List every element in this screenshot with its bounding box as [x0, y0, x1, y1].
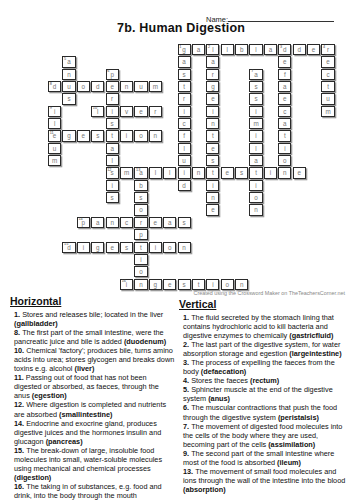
grid-cell[interactable]: n	[120, 81, 133, 92]
clue-horizontal-12: 12. Where digestion is completed and nut…	[14, 400, 175, 418]
cell-letter: n	[135, 280, 146, 289]
grid-cell[interactable]: e	[307, 44, 320, 55]
grid-cell[interactable]: 11e	[48, 130, 61, 141]
grid-cell[interactable]: p	[134, 229, 147, 240]
cell-letter: d	[92, 82, 103, 91]
vertical-header: Vertical	[179, 298, 346, 311]
grid-cell[interactable]: i	[134, 254, 147, 265]
cell-letter: i	[107, 181, 118, 190]
grid-cell[interactable]: e	[106, 242, 119, 253]
grid-cell[interactable]: r	[178, 93, 191, 104]
clue-answer: (defaecation)	[201, 367, 246, 376]
grid-cell[interactable]: g	[149, 279, 162, 290]
grid-cell[interactable]: s	[134, 192, 147, 203]
grid-cell[interactable]: 14p	[77, 217, 90, 228]
cell-letter: b	[135, 181, 146, 190]
clue-vertical-3: 3. The process of expelling the faeces f…	[183, 358, 346, 376]
grid-cell[interactable]: l	[178, 143, 191, 154]
grid-cell[interactable]: f	[178, 130, 191, 141]
grid-cell[interactable]: v	[120, 106, 133, 117]
clue-num-label: 8.	[14, 328, 22, 337]
grid-cell[interactable]: o	[134, 204, 147, 215]
clue-answer: (assimilation)	[268, 440, 315, 449]
clue-text: Endocrine and exocrine gland, produces d…	[14, 419, 161, 446]
grid-cell[interactable]: o	[163, 242, 176, 253]
grid-cell[interactable]: o	[249, 192, 262, 203]
clue-num-label: 1.	[14, 310, 22, 319]
grid-cell[interactable]: 15d	[62, 242, 75, 253]
grid-cell[interactable]: n	[278, 167, 291, 178]
clue-num-label: 15.	[14, 446, 26, 455]
cell-letter: n	[121, 82, 132, 91]
grid-cell[interactable]: e	[278, 93, 291, 104]
cell-letter: a	[107, 144, 118, 153]
grid-cell[interactable]: i	[206, 180, 219, 191]
clue-num-label: 12.	[14, 400, 26, 409]
grid-cell[interactable]: d	[293, 44, 306, 55]
cell-letter: a	[207, 57, 218, 66]
grid-cell[interactable]: a	[163, 217, 176, 228]
grid-cell[interactable]: m	[321, 106, 334, 117]
cell-letter: s	[121, 243, 132, 252]
grid-cell[interactable]: t	[249, 167, 262, 178]
grid-cell[interactable]: u	[62, 81, 75, 92]
cell-letter: d	[49, 82, 60, 91]
grid-cell[interactable]: n	[206, 192, 219, 203]
grid-cell[interactable]: s	[178, 279, 191, 290]
cell-letter: r	[179, 94, 190, 103]
grid-cell[interactable]: i	[178, 167, 191, 178]
grid-cell[interactable]: s	[235, 167, 248, 178]
clue-vertical-13: 13. The movement of small food molecules…	[183, 467, 346, 494]
grid-cell[interactable]: a	[91, 217, 104, 228]
grid-cell[interactable]: t	[206, 130, 219, 141]
clue-num-label: 1.	[183, 313, 191, 322]
cell-letter: b	[236, 45, 247, 54]
cell-letter: d	[179, 181, 190, 190]
cell-letter: o	[135, 131, 146, 140]
grid-cell[interactable]: t	[178, 81, 191, 92]
grid-cell[interactable]: s	[106, 192, 119, 203]
grid-cell[interactable]: n	[206, 118, 219, 129]
cell-letter: e	[308, 45, 319, 54]
grid-cell[interactable]: 16i	[120, 279, 133, 290]
cell-letter: l	[164, 168, 175, 177]
cell-letter: o	[78, 82, 89, 91]
cell-letter: p	[135, 230, 146, 239]
clue-num-label: 11.	[14, 373, 26, 382]
clue-vertical-4: 4. Stores the faeces (rectum)	[183, 376, 346, 385]
cell-letter: e	[294, 168, 305, 177]
clue-answer: (gallbladder)	[14, 319, 58, 328]
cell-letter: e	[107, 82, 118, 91]
clue-horizontal-11: 11. Passing out of food that has not bee…	[14, 373, 175, 400]
clue-num-label: 5.	[183, 385, 191, 394]
grid-cell[interactable]: n	[62, 69, 75, 80]
grid-cell[interactable]: i	[278, 143, 291, 154]
vertical-clue-list: 1. The fluid secreted by the stomach lin…	[179, 313, 346, 494]
clue-answer: (ileum)	[277, 458, 301, 467]
cell-letter: u	[135, 82, 146, 91]
grid-cell[interactable]: a	[206, 56, 219, 67]
grid-cell[interactable]: 4r	[321, 44, 334, 55]
cell-letter: f	[179, 131, 190, 140]
cell-letter: i	[135, 255, 146, 264]
cell-letter: i	[207, 280, 218, 289]
grid-cell[interactable]: a	[106, 143, 119, 154]
cell-letter: i	[279, 144, 290, 153]
cell-letter: u	[179, 156, 190, 165]
grid-cell[interactable]: o	[221, 279, 234, 290]
cell-letter: t	[179, 82, 190, 91]
clue-answer: (largeintestine)	[289, 349, 341, 358]
clue-horizontal-14: 14. Endocrine and exocrine gland, produc…	[14, 419, 175, 446]
grid-cell[interactable]: e	[293, 167, 306, 178]
grid-cell[interactable]: o	[77, 81, 90, 92]
cell-letter: d	[63, 243, 74, 252]
vertical-clues-section: Vertical 1. The fluid secreted by the st…	[179, 298, 346, 494]
grid-cell[interactable]: c	[321, 69, 334, 80]
grid-cell[interactable]: 13a	[134, 167, 147, 178]
cell-letter: e	[78, 131, 89, 140]
grid-cell[interactable]: e	[321, 56, 334, 67]
grid-cell[interactable]: a	[192, 44, 205, 55]
grid-cell[interactable]: i	[264, 167, 277, 178]
clue-num-label: 2.	[183, 340, 191, 349]
grid-cell[interactable]: i	[249, 180, 262, 191]
grid-cell[interactable]: g	[91, 242, 104, 253]
cell-letter: o	[279, 156, 290, 165]
grid-cell[interactable]: 8d	[48, 81, 61, 92]
cell-letter: m	[250, 119, 261, 128]
clue-text: The break-down of large, insoluble food …	[14, 446, 162, 473]
cell-letter: s	[63, 94, 74, 103]
clue-answer: (digestion)	[14, 473, 51, 482]
cell-letter: o	[222, 280, 233, 289]
cell-letter: a	[179, 57, 190, 66]
grid-cell[interactable]: l	[221, 44, 234, 55]
clue-answer: (duodenum)	[124, 337, 166, 346]
grid-cell[interactable]: n	[178, 242, 191, 253]
clue-num-label: 14.	[14, 419, 26, 428]
grid-cell[interactable]: l	[106, 155, 119, 166]
grid-cell[interactable]: i	[249, 106, 262, 117]
grid-cell[interactable]: a	[264, 44, 277, 55]
grid-cell[interactable]: e	[77, 130, 90, 141]
cell-letter: u	[322, 94, 333, 103]
grid-cell[interactable]: m	[48, 155, 61, 166]
grid-cell[interactable]: a	[278, 118, 291, 129]
cell-letter: e	[222, 168, 233, 177]
cell-letter: i	[121, 280, 132, 289]
clue-horizontal-10: 10. Chemical 'factory'; produces bile, t…	[14, 346, 175, 373]
clue-answer: (absorption)	[183, 485, 226, 494]
grid-cell[interactable]: e	[278, 56, 291, 67]
grid-cell[interactable]: s	[178, 217, 191, 228]
cell-letter: t	[107, 131, 118, 140]
cell-letter: a	[250, 156, 261, 165]
grid-cell[interactable]: n	[192, 167, 205, 178]
cell-letter: e	[164, 280, 175, 289]
cell-letter: c	[121, 218, 132, 227]
page-title: 7b. Human Digestion	[117, 21, 245, 35]
grid-cell[interactable]: a	[249, 155, 262, 166]
grid-cell[interactable]: e	[134, 106, 147, 117]
grid-cell[interactable]: i	[77, 242, 90, 253]
cell-letter: t	[207, 168, 218, 177]
clue-horizontal-8: 8. The first part of the small intestine…	[14, 328, 175, 346]
grid-cell[interactable]: l	[249, 44, 262, 55]
grid-cell[interactable]: a	[178, 56, 191, 67]
cell-letter: e	[207, 144, 218, 153]
cell-letter: a	[164, 218, 175, 227]
grid-cell[interactable]: m	[120, 167, 133, 178]
grid-cell[interactable]: n	[134, 279, 147, 290]
grid-cell[interactable]: n	[249, 204, 262, 215]
clue-vertical-5: 5. Sphincter muscle at the end of the di…	[183, 385, 346, 403]
cell-letter: e	[207, 205, 218, 214]
cell-letter: e	[322, 57, 333, 66]
grid-cell[interactable]: s	[120, 242, 133, 253]
clue-text: Stores the faeces	[191, 376, 250, 385]
grid-cell[interactable]: i	[106, 106, 119, 117]
grid-cell[interactable]: n	[106, 217, 119, 228]
cell-letter: e	[49, 131, 60, 140]
grid-cell[interactable]: s	[178, 69, 191, 80]
cell-letter: n	[179, 243, 190, 252]
clue-vertical-2: 2. The last part of the digestive system…	[183, 340, 346, 358]
cell-letter: g	[179, 45, 190, 54]
grid-cell[interactable]: e	[221, 167, 234, 178]
grid-cell[interactable]: i	[206, 106, 219, 117]
cell-letter: v	[121, 107, 132, 116]
cell-letter: r	[150, 107, 161, 116]
cell-letter: s	[207, 156, 218, 165]
clue-num-label: 6.	[183, 403, 191, 412]
cell-letter: e	[207, 94, 218, 103]
cell-letter: f	[279, 70, 290, 79]
grid-cell[interactable]: l	[149, 167, 162, 178]
credit-line: Created using the Crossword Maker on The…	[193, 290, 345, 296]
grid-cell[interactable]: r	[206, 69, 219, 80]
grid-cell[interactable]: t	[192, 279, 205, 290]
grid-cell[interactable]: g	[62, 130, 75, 141]
horizontal-header: Horizontal	[10, 295, 175, 308]
grid-cell[interactable]: r	[149, 106, 162, 117]
cell-letter: i	[265, 168, 276, 177]
clue-answer: (smallintestine)	[59, 410, 113, 419]
clue-horizontal-16: 16. The taking in of substances, e.g. fo…	[14, 482, 175, 500]
grid-cell[interactable]: s	[62, 93, 75, 104]
grid-cell[interactable]: e	[206, 93, 219, 104]
grid-cell[interactable]: u	[134, 81, 147, 92]
cell-letter: a	[135, 168, 146, 177]
cell-letter: a	[279, 82, 290, 91]
clue-vertical-9: 9. The second part of the small intestin…	[183, 449, 346, 467]
cell-letter: a	[265, 45, 276, 54]
clue-num-label: 4.	[183, 376, 191, 385]
grid-cell[interactable]: s	[249, 93, 262, 104]
cell-letter: e	[279, 94, 290, 103]
cell-letter: l	[250, 144, 261, 153]
clue-horizontal-15: 15. The break-down of large, insoluble f…	[14, 446, 175, 482]
grid-cell[interactable]: 6p	[106, 69, 119, 80]
grid-cell[interactable]: o	[278, 155, 291, 166]
cell-letter: l	[179, 144, 190, 153]
grid-cell[interactable]: b	[134, 180, 147, 191]
grid-cell[interactable]: 12s	[106, 167, 119, 178]
cell-letter: a	[92, 218, 103, 227]
cell-letter: r	[207, 70, 218, 79]
clue-vertical-7: 7. The movement of digested food molecul…	[183, 422, 346, 449]
horizontal-clues-section: Horizontal 1. Stores and releases bile; …	[10, 295, 175, 500]
cell-letter: t	[279, 131, 290, 140]
crossword-grid: 1ga2llbla3dde4r5aaaeen6psr7afc8duodenumt…	[48, 44, 336, 291]
clue-text: Stores and releases bile; located in the…	[22, 310, 163, 319]
cell-letter: s	[92, 131, 103, 140]
cell-letter: s	[135, 193, 146, 202]
cell-letter: i	[121, 131, 132, 140]
clue-horizontal-1: 1. Stores and releases bile; located in …	[14, 310, 175, 328]
grid-cell[interactable]: s	[106, 118, 119, 129]
cell-letter: e	[107, 243, 118, 252]
grid-cell[interactable]: 3d	[278, 44, 291, 55]
cell-letter: s	[179, 280, 190, 289]
clue-num-label: 7.	[183, 422, 191, 431]
grid-cell[interactable]: b	[235, 44, 248, 55]
clue-vertical-1: 1. The fluid secreted by the stomach lin…	[183, 313, 346, 340]
grid-cell[interactable]: c	[178, 118, 191, 129]
clue-num-label: 13.	[183, 467, 195, 476]
cell-letter: e	[279, 57, 290, 66]
grid-cell[interactable]: i	[249, 130, 262, 141]
grid-cell[interactable]: i	[149, 242, 162, 253]
grid-cell[interactable]: e	[163, 279, 176, 290]
clue-text: The second part of the small intestine w…	[183, 449, 334, 467]
clue-answer: (liver)	[74, 364, 94, 373]
grid-cell[interactable]: l	[163, 167, 176, 178]
grid-cell[interactable]: n	[149, 130, 162, 141]
cell-letter: e	[135, 107, 146, 116]
grid-cell[interactable]: 1g	[178, 44, 191, 55]
cell-letter: m	[150, 82, 161, 91]
grid-cell[interactable]: l	[249, 143, 262, 154]
cell-letter: t	[193, 280, 204, 289]
cell-letter: t	[250, 168, 261, 177]
grid-cell[interactable]: f	[278, 69, 291, 80]
grid-cell[interactable]: d	[91, 81, 104, 92]
horizontal-clue-list: 1. Stores and releases bile; located in …	[10, 310, 175, 500]
cell-letter: m	[322, 107, 333, 116]
clue-answer: (peristalsis)	[278, 413, 319, 422]
grid-cell[interactable]: s	[91, 130, 104, 141]
cell-letter: c	[322, 70, 333, 79]
cell-letter: a	[279, 119, 290, 128]
cell-letter: l	[107, 156, 118, 165]
clue-answer: (gastricfluid)	[289, 331, 333, 340]
grid-cell[interactable]: s	[249, 81, 262, 92]
grid-cell[interactable]: g	[206, 81, 219, 92]
grid-cell[interactable]: l	[48, 118, 61, 129]
grid-cell[interactable]: e	[206, 204, 219, 215]
grid-cell[interactable]: t	[134, 242, 147, 253]
grid-cell[interactable]: 2l	[206, 44, 219, 55]
cell-letter: p	[107, 70, 118, 79]
cell-letter: a	[63, 57, 74, 66]
grid-cell[interactable]: t	[106, 130, 119, 141]
clue-answer: (pancreas)	[46, 437, 83, 446]
grid-cell[interactable]: 9i	[48, 106, 61, 117]
cell-letter: s	[107, 168, 118, 177]
cell-letter: l	[49, 119, 60, 128]
grid-cell[interactable]: n	[235, 279, 248, 290]
grid-cell[interactable]: a	[278, 81, 291, 92]
grid-cell[interactable]: t	[321, 81, 334, 92]
cell-letter: t	[207, 131, 218, 140]
grid-cell[interactable]: u	[178, 155, 191, 166]
cell-letter: s	[107, 193, 118, 202]
grid-cell[interactable]: i	[106, 180, 119, 191]
cell-letter: g	[207, 82, 218, 91]
grid-cell[interactable]: e	[106, 81, 119, 92]
grid-cell[interactable]: m	[249, 118, 262, 129]
grid-cell[interactable]: i	[206, 279, 219, 290]
clue-num-label: 9.	[183, 449, 191, 458]
cell-letter: i	[107, 107, 118, 116]
cell-letter: o	[164, 243, 175, 252]
grid-cell[interactable]: t	[278, 130, 291, 141]
grid-cell[interactable]: i	[178, 106, 191, 117]
cell-letter: n	[63, 70, 74, 79]
cell-letter: i	[78, 243, 89, 252]
grid-cell[interactable]: r	[134, 217, 147, 228]
grid-cell[interactable]: s	[206, 155, 219, 166]
cell-letter: m	[49, 156, 60, 165]
cell-letter: t	[322, 82, 333, 91]
cell-letter: n	[279, 168, 290, 177]
grid-cell[interactable]: e	[149, 217, 162, 228]
grid-cell[interactable]: i	[120, 130, 133, 141]
cell-letter: g	[63, 131, 74, 140]
cell-letter: c	[179, 119, 190, 128]
grid-cell[interactable]: c	[120, 217, 133, 228]
clue-num-label: 16.	[14, 482, 26, 491]
grid-cell[interactable]: u	[321, 93, 334, 104]
grid-cell[interactable]: o	[134, 266, 147, 277]
grid-cell[interactable]: u	[48, 143, 61, 154]
cell-letter: l	[92, 107, 103, 116]
cell-letter: e	[150, 218, 161, 227]
cell-letter: s	[107, 119, 118, 128]
clue-num-label: 10.	[14, 346, 26, 355]
cell-letter: a	[250, 70, 261, 79]
grid-cell[interactable]: t	[206, 167, 219, 178]
cell-letter: n	[236, 280, 247, 289]
cell-letter: l	[207, 45, 218, 54]
grid-cell[interactable]: r	[106, 93, 119, 104]
grid-cell[interactable]: d	[178, 180, 191, 191]
grid-cell[interactable]: c	[278, 106, 291, 117]
cell-letter: i	[179, 168, 190, 177]
grid-cell[interactable]: o	[134, 130, 147, 141]
grid-cell[interactable]: 10l	[91, 106, 104, 117]
cell-letter: i	[207, 107, 218, 116]
grid-cell[interactable]: 7a	[249, 69, 262, 80]
grid-cell[interactable]: 5a	[62, 56, 75, 67]
grid-cell[interactable]: m	[149, 81, 162, 92]
grid-cell[interactable]: e	[206, 143, 219, 154]
cell-letter: s	[179, 218, 190, 227]
